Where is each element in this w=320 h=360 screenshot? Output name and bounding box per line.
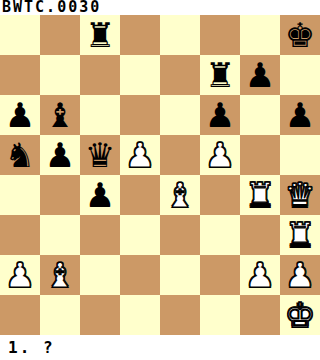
square-a5[interactable]: ♞ [0, 135, 40, 175]
square-b8[interactable] [40, 15, 80, 55]
square-g5[interactable] [240, 135, 280, 175]
square-d4[interactable] [120, 175, 160, 215]
square-d1[interactable] [120, 295, 160, 335]
square-f5[interactable]: ♟ [200, 135, 240, 175]
square-h5[interactable] [280, 135, 320, 175]
square-d7[interactable] [120, 55, 160, 95]
square-b5[interactable]: ♟ [40, 135, 80, 175]
square-f4[interactable] [200, 175, 240, 215]
chess-board: ♜♚♜♟♟♝♟♟♞♟♛♟♟♟♝♜♛♜♟♝♟♟♚ [0, 15, 320, 335]
black-bishop-piece[interactable]: ♝ [45, 95, 75, 135]
square-f7[interactable]: ♜ [200, 55, 240, 95]
square-g2[interactable]: ♟ [240, 255, 280, 295]
square-b1[interactable] [40, 295, 80, 335]
black-queen-piece[interactable]: ♛ [85, 135, 115, 175]
black-pawn-piece[interactable]: ♟ [45, 135, 75, 175]
move-prompt: 1. ? [0, 335, 320, 360]
square-c6[interactable] [80, 95, 120, 135]
diagram-title: BWTC.0030 [0, 0, 320, 15]
square-b6[interactable]: ♝ [40, 95, 80, 135]
square-c7[interactable] [80, 55, 120, 95]
square-c4[interactable]: ♟ [80, 175, 120, 215]
square-g7[interactable]: ♟ [240, 55, 280, 95]
square-d6[interactable] [120, 95, 160, 135]
white-pawn-piece[interactable]: ♟ [245, 255, 275, 295]
black-pawn-piece[interactable]: ♟ [285, 95, 315, 135]
square-f8[interactable] [200, 15, 240, 55]
square-h6[interactable]: ♟ [280, 95, 320, 135]
square-a3[interactable] [0, 215, 40, 255]
square-c5[interactable]: ♛ [80, 135, 120, 175]
square-c1[interactable] [80, 295, 120, 335]
white-pawn-piece[interactable]: ♟ [205, 135, 235, 175]
square-a7[interactable] [0, 55, 40, 95]
square-a6[interactable]: ♟ [0, 95, 40, 135]
square-f1[interactable] [200, 295, 240, 335]
white-bishop-piece[interactable]: ♝ [45, 255, 75, 295]
square-e4[interactable]: ♝ [160, 175, 200, 215]
square-a2[interactable]: ♟ [0, 255, 40, 295]
square-h3[interactable]: ♜ [280, 215, 320, 255]
white-pawn-piece[interactable]: ♟ [285, 255, 315, 295]
square-e1[interactable] [160, 295, 200, 335]
square-g6[interactable] [240, 95, 280, 135]
black-pawn-piece[interactable]: ♟ [85, 175, 115, 215]
square-f2[interactable] [200, 255, 240, 295]
white-rook-piece[interactable]: ♜ [245, 175, 275, 215]
square-c3[interactable] [80, 215, 120, 255]
square-h4[interactable]: ♛ [280, 175, 320, 215]
square-e3[interactable] [160, 215, 200, 255]
square-a4[interactable] [0, 175, 40, 215]
square-g8[interactable] [240, 15, 280, 55]
square-d5[interactable]: ♟ [120, 135, 160, 175]
black-rook-piece[interactable]: ♜ [205, 55, 235, 95]
white-pawn-piece[interactable]: ♟ [125, 135, 155, 175]
square-a1[interactable] [0, 295, 40, 335]
square-e8[interactable] [160, 15, 200, 55]
square-g3[interactable] [240, 215, 280, 255]
square-e7[interactable] [160, 55, 200, 95]
square-h1[interactable]: ♚ [280, 295, 320, 335]
square-c8[interactable]: ♜ [80, 15, 120, 55]
square-a8[interactable] [0, 15, 40, 55]
black-pawn-piece[interactable]: ♟ [245, 55, 275, 95]
square-g1[interactable] [240, 295, 280, 335]
square-d8[interactable] [120, 15, 160, 55]
square-e6[interactable] [160, 95, 200, 135]
square-h2[interactable]: ♟ [280, 255, 320, 295]
black-pawn-piece[interactable]: ♟ [205, 95, 235, 135]
chess-diagram: BWTC.0030 ♜♚♜♟♟♝♟♟♞♟♛♟♟♟♝♜♛♜♟♝♟♟♚ 1. ? [0, 0, 320, 360]
white-bishop-piece[interactable]: ♝ [165, 175, 195, 215]
square-h7[interactable] [280, 55, 320, 95]
square-g4[interactable]: ♜ [240, 175, 280, 215]
square-d2[interactable] [120, 255, 160, 295]
white-king-piece[interactable]: ♚ [285, 295, 315, 335]
black-pawn-piece[interactable]: ♟ [5, 95, 35, 135]
square-b2[interactable]: ♝ [40, 255, 80, 295]
square-f3[interactable] [200, 215, 240, 255]
square-b4[interactable] [40, 175, 80, 215]
black-knight-piece[interactable]: ♞ [5, 135, 35, 175]
square-b7[interactable] [40, 55, 80, 95]
square-h8[interactable]: ♚ [280, 15, 320, 55]
white-queen-piece[interactable]: ♛ [285, 175, 315, 215]
black-rook-piece[interactable]: ♜ [85, 15, 115, 55]
square-f6[interactable]: ♟ [200, 95, 240, 135]
square-e2[interactable] [160, 255, 200, 295]
black-king-piece[interactable]: ♚ [285, 15, 315, 55]
square-c2[interactable] [80, 255, 120, 295]
white-pawn-piece[interactable]: ♟ [5, 255, 35, 295]
square-d3[interactable] [120, 215, 160, 255]
square-b3[interactable] [40, 215, 80, 255]
white-rook-piece[interactable]: ♜ [285, 215, 315, 255]
square-e5[interactable] [160, 135, 200, 175]
